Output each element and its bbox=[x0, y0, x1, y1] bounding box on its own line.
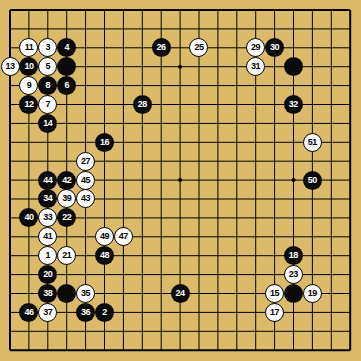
move-2-black-stone-f3: 2 bbox=[95, 303, 114, 322]
move-36-black-stone-e3: 36 bbox=[76, 303, 95, 322]
move-5-white-stone-c16: 5 bbox=[38, 57, 57, 76]
go-board: 1234567891011121314151617181920212223242… bbox=[0, 0, 361, 361]
move-21-white-stone-d6: 21 bbox=[57, 246, 76, 265]
move-6-black-stone-d15: 6 bbox=[57, 76, 76, 95]
move-24-black-stone-k4: 24 bbox=[171, 284, 190, 303]
move-18-black-stone-q6: 18 bbox=[284, 246, 303, 265]
move-50-black-stone-r10: 50 bbox=[303, 171, 322, 190]
move-4-black-stone-d17: 4 bbox=[57, 38, 76, 57]
move-47-white-stone-g7: 47 bbox=[114, 227, 133, 246]
move-32-black-stone-q14: 32 bbox=[284, 95, 303, 114]
move-26-black-stone-j17: 26 bbox=[152, 38, 171, 57]
go-diagram-page: 1234567891011121314151617181920212223242… bbox=[0, 0, 361, 361]
move-38-black-stone-c4: 38 bbox=[38, 284, 57, 303]
move-16-black-stone-f12: 16 bbox=[95, 133, 114, 152]
move-44-black-stone-c10: 44 bbox=[38, 171, 57, 190]
move-23-white-stone-q5: 23 bbox=[284, 265, 303, 284]
move-40-black-stone-b8: 40 bbox=[19, 208, 38, 227]
move-8-black-stone-c15: 8 bbox=[38, 76, 57, 95]
move-7-white-stone-c14: 7 bbox=[38, 95, 57, 114]
move-49-white-stone-f7: 49 bbox=[95, 227, 114, 246]
handicap-stone-d16 bbox=[57, 57, 76, 76]
stones-layer: 1234567891011121314151617181920212223242… bbox=[1, 1, 360, 360]
move-13-white-stone-a16: 13 bbox=[1, 57, 20, 76]
move-11-white-stone-b17: 11 bbox=[19, 38, 38, 57]
move-34-black-stone-c9: 34 bbox=[38, 189, 57, 208]
move-10-black-stone-b16: 10 bbox=[19, 57, 38, 76]
move-46-black-stone-b3: 46 bbox=[19, 303, 38, 322]
move-20-black-stone-c5: 20 bbox=[38, 265, 57, 284]
move-31-white-stone-o16: 31 bbox=[246, 57, 265, 76]
move-25-white-stone-l17: 25 bbox=[189, 38, 208, 57]
move-12-black-stone-b14: 12 bbox=[19, 95, 38, 114]
move-22-black-stone-d8: 22 bbox=[57, 208, 76, 227]
move-51-white-stone-r12: 51 bbox=[303, 133, 322, 152]
move-27-white-stone-e11: 27 bbox=[76, 152, 95, 171]
move-42-black-stone-d10: 42 bbox=[57, 171, 76, 190]
move-19-white-stone-r4: 19 bbox=[303, 284, 322, 303]
move-41-white-stone-c7: 41 bbox=[38, 227, 57, 246]
move-3-white-stone-c17: 3 bbox=[38, 38, 57, 57]
handicap-stone-q4 bbox=[284, 284, 303, 303]
move-37-white-stone-c3: 37 bbox=[38, 303, 57, 322]
move-30-black-stone-p17: 30 bbox=[265, 38, 284, 57]
move-45-white-stone-e10: 45 bbox=[76, 171, 95, 190]
move-29-white-stone-o17: 29 bbox=[246, 38, 265, 57]
move-14-black-stone-c13: 14 bbox=[38, 114, 57, 133]
move-1-white-stone-c6: 1 bbox=[38, 246, 57, 265]
move-43-white-stone-e9: 43 bbox=[76, 189, 95, 208]
move-35-white-stone-e4: 35 bbox=[76, 284, 95, 303]
move-33-white-stone-c8: 33 bbox=[38, 208, 57, 227]
move-15-white-stone-p4: 15 bbox=[265, 284, 284, 303]
handicap-stone-d4 bbox=[57, 284, 76, 303]
move-48-black-stone-f6: 48 bbox=[95, 246, 114, 265]
move-9-white-stone-b15: 9 bbox=[19, 76, 38, 95]
handicap-stone-q16 bbox=[284, 57, 303, 76]
move-17-white-stone-p3: 17 bbox=[265, 303, 284, 322]
move-39-white-stone-d9: 39 bbox=[57, 189, 76, 208]
move-28-black-stone-h14: 28 bbox=[133, 95, 152, 114]
